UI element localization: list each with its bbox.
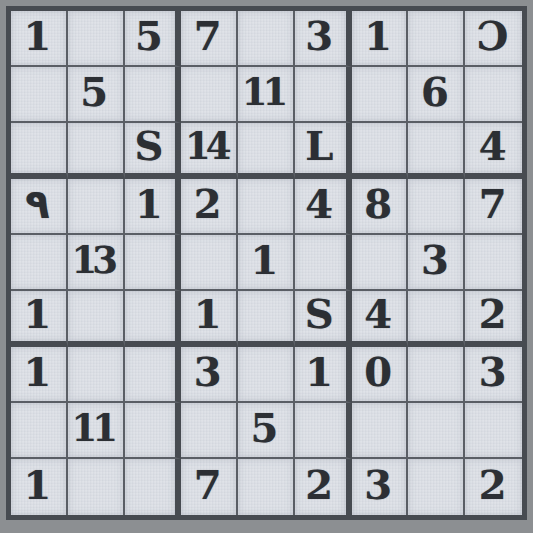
- cell-r1c9[interactable]: Ɔ: [465, 11, 522, 67]
- cell-r4c1[interactable]: ٩: [11, 179, 68, 235]
- cell-r5c1[interactable]: [11, 235, 68, 291]
- digit-glyph: 3: [364, 465, 392, 505]
- cell-r9c1[interactable]: 1: [11, 459, 68, 515]
- cell-r1c7[interactable]: 1: [352, 11, 409, 67]
- digit-glyph: 4: [364, 294, 392, 334]
- digit-glyph: 3: [194, 352, 222, 392]
- cell-r6c7[interactable]: 4: [352, 291, 409, 347]
- cell-r5c2[interactable]: 13: [68, 235, 125, 291]
- cell-r2c7[interactable]: [352, 67, 409, 123]
- cell-r3c8[interactable]: [408, 123, 465, 179]
- digit-glyph: S: [305, 294, 334, 334]
- cell-r5c8[interactable]: 3: [408, 235, 465, 291]
- cell-r4c4[interactable]: 2: [181, 179, 238, 235]
- cell-r5c9[interactable]: [465, 235, 522, 291]
- digit-glyph: 3: [479, 352, 507, 392]
- cell-r1c4[interactable]: 7: [181, 11, 238, 67]
- cell-r4c2[interactable]: [68, 179, 125, 235]
- cell-r3c4[interactable]: 14: [181, 123, 238, 179]
- cell-r8c2[interactable]: 11: [68, 403, 125, 459]
- cell-r6c1[interactable]: 1: [11, 291, 68, 347]
- cell-r3c5[interactable]: [238, 123, 295, 179]
- cell-r7c4[interactable]: 3: [181, 347, 238, 403]
- cell-r6c8[interactable]: [408, 291, 465, 347]
- cell-r8c7[interactable]: [352, 403, 409, 459]
- digit-glyph: 2: [479, 465, 507, 505]
- digit-glyph: 1: [23, 465, 51, 505]
- cell-r8c4[interactable]: [181, 403, 238, 459]
- cell-r9c7[interactable]: 3: [352, 459, 409, 515]
- cell-r1c2[interactable]: [68, 11, 125, 67]
- digit-glyph: 1: [305, 352, 333, 392]
- digit-glyph: 7: [479, 184, 507, 224]
- cell-r6c9[interactable]: 2: [465, 291, 522, 347]
- cell-r9c6[interactable]: 2: [295, 459, 352, 515]
- cell-r2c9[interactable]: [465, 67, 522, 123]
- cell-r6c3[interactable]: [125, 291, 182, 347]
- digit-glyph: Ɔ: [477, 16, 509, 56]
- cell-r5c6[interactable]: [295, 235, 352, 291]
- cell-r9c3[interactable]: [125, 459, 182, 515]
- cell-r5c4[interactable]: [181, 235, 238, 291]
- digit-glyph: 13: [71, 242, 113, 279]
- digit-glyph: 1: [23, 352, 51, 392]
- cell-r6c6[interactable]: S: [295, 291, 352, 347]
- cell-r3c6[interactable]: L: [295, 123, 352, 179]
- cell-r2c4[interactable]: [181, 67, 238, 123]
- digit-glyph: 7: [194, 16, 222, 56]
- cell-r6c4[interactable]: 1: [181, 291, 238, 347]
- cell-r7c9[interactable]: 3: [465, 347, 522, 403]
- cell-r3c7[interactable]: [352, 123, 409, 179]
- digit-glyph: 1: [135, 184, 163, 224]
- digit-glyph: 0: [364, 352, 392, 392]
- cell-r9c4[interactable]: 7: [181, 459, 238, 515]
- cell-r2c3[interactable]: [125, 67, 182, 123]
- cell-r8c8[interactable]: [408, 403, 465, 459]
- digit-glyph: 2: [479, 294, 507, 334]
- cell-r2c5[interactable]: 11: [238, 67, 295, 123]
- cell-r7c8[interactable]: [408, 347, 465, 403]
- cell-r1c1[interactable]: 1: [11, 11, 68, 67]
- cell-r1c3[interactable]: 5: [125, 11, 182, 67]
- digit-glyph: 1: [251, 240, 279, 280]
- cell-r2c6[interactable]: [295, 67, 352, 123]
- digit-glyph: L: [305, 126, 333, 166]
- cell-r1c6[interactable]: 3: [295, 11, 352, 67]
- digit-glyph: 8: [364, 184, 392, 224]
- cell-r5c5[interactable]: 1: [238, 235, 295, 291]
- cell-r2c2[interactable]: 5: [68, 67, 125, 123]
- cell-r7c1[interactable]: 1: [11, 347, 68, 403]
- cell-r4c9[interactable]: 7: [465, 179, 522, 235]
- cell-r3c9[interactable]: 4: [465, 123, 522, 179]
- cell-r1c5[interactable]: [238, 11, 295, 67]
- digit-glyph: 1: [23, 294, 51, 334]
- cell-r9c2[interactable]: [68, 459, 125, 515]
- cell-r5c7[interactable]: [352, 235, 409, 291]
- digit-glyph: ٩: [25, 184, 49, 224]
- digit-glyph: 4: [305, 184, 333, 224]
- cell-r7c3[interactable]: [125, 347, 182, 403]
- cell-r6c2[interactable]: [68, 291, 125, 347]
- sudoku-board: 15731Ɔ5116S14L4٩12487131311S421310311517…: [6, 6, 527, 520]
- cell-r3c1[interactable]: [11, 123, 68, 179]
- cell-r9c5[interactable]: [238, 459, 295, 515]
- cell-r8c3[interactable]: [125, 403, 182, 459]
- cell-r4c3[interactable]: 1: [125, 179, 182, 235]
- cell-r9c9[interactable]: 2: [465, 459, 522, 515]
- digit-glyph: 3: [421, 240, 449, 280]
- cell-r3c3[interactable]: S: [125, 123, 182, 179]
- cell-r6c5[interactable]: [238, 291, 295, 347]
- cell-r7c6[interactable]: 1: [295, 347, 352, 403]
- digit-glyph: 1: [194, 294, 222, 334]
- digit-glyph: 4: [479, 126, 507, 166]
- digit-glyph: S: [134, 126, 163, 166]
- digit-glyph: 5: [135, 16, 163, 56]
- digit-glyph: 2: [305, 465, 333, 505]
- cell-r4c5[interactable]: [238, 179, 295, 235]
- digit-glyph: 5: [80, 72, 108, 112]
- digit-glyph: 1: [364, 16, 392, 56]
- digit-glyph: 2: [194, 184, 222, 224]
- cell-r7c2[interactable]: [68, 347, 125, 403]
- cell-r2c1[interactable]: [11, 67, 68, 123]
- cell-r8c5[interactable]: 5: [238, 403, 295, 459]
- cell-r1c8[interactable]: [408, 11, 465, 67]
- cell-r8c1[interactable]: [11, 403, 68, 459]
- digit-glyph: 3: [305, 16, 333, 56]
- cell-r7c7[interactable]: 0: [352, 347, 409, 403]
- cell-r4c7[interactable]: 8: [352, 179, 409, 235]
- cell-r4c8[interactable]: [408, 179, 465, 235]
- cell-r2c8[interactable]: 6: [408, 67, 465, 123]
- digit-glyph: 11: [71, 410, 113, 447]
- cell-r9c8[interactable]: [408, 459, 465, 515]
- page: { "game": "sudoku", "board_size": "9x9",…: [0, 0, 533, 533]
- cell-r3c2[interactable]: [68, 123, 125, 179]
- cell-r8c6[interactable]: [295, 403, 352, 459]
- digit-glyph: 1: [23, 16, 51, 56]
- cell-r5c3[interactable]: [125, 235, 182, 291]
- cell-r7c5[interactable]: [238, 347, 295, 403]
- cell-r4c6[interactable]: 4: [295, 179, 352, 235]
- cell-r8c9[interactable]: [465, 403, 522, 459]
- digit-glyph: 5: [251, 408, 279, 448]
- digit-glyph: 7: [194, 465, 222, 505]
- digit-glyph: 14: [185, 128, 227, 165]
- digit-glyph: 6: [421, 72, 449, 112]
- digit-glyph: 11: [242, 74, 284, 111]
